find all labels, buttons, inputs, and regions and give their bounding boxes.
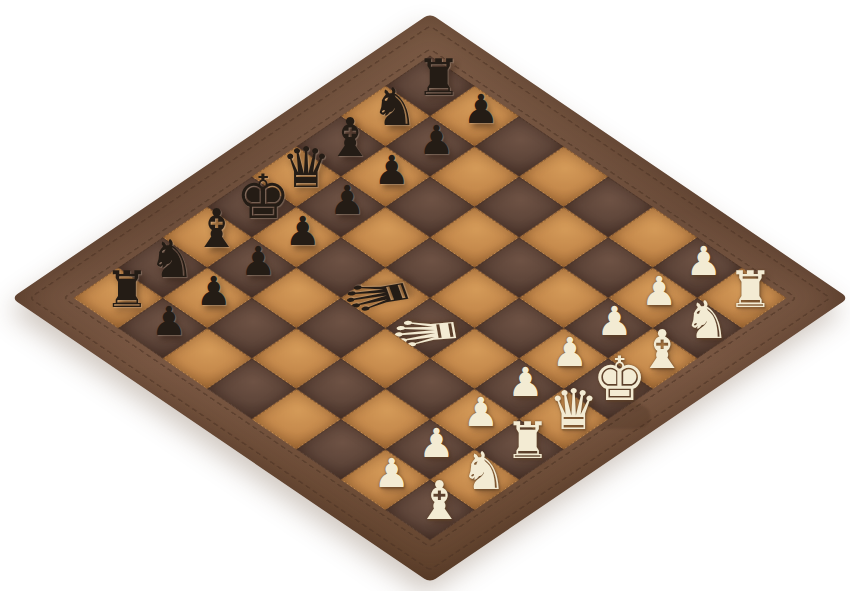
leather-chess-mat: ♜♟♟♜♞♟♟♞♝♟♟♝♛♟♟♚♚♟♛♛♟♛♝♟♟♜♞♟♟♞♜♟♟♝: [11, 13, 848, 582]
chess-board: ♜♟♟♜♞♟♟♞♝♟♟♝♛♟♟♚♚♟♛♛♟♛♝♟♟♜♞♟♟♞♜♟♟♝: [74, 56, 787, 541]
product-photo-scene: ♜♟♟♜♞♟♟♞♝♟♟♝♛♟♟♚♚♟♛♛♟♛♝♟♟♜♞♟♟♞♜♟♟♝: [0, 0, 850, 591]
